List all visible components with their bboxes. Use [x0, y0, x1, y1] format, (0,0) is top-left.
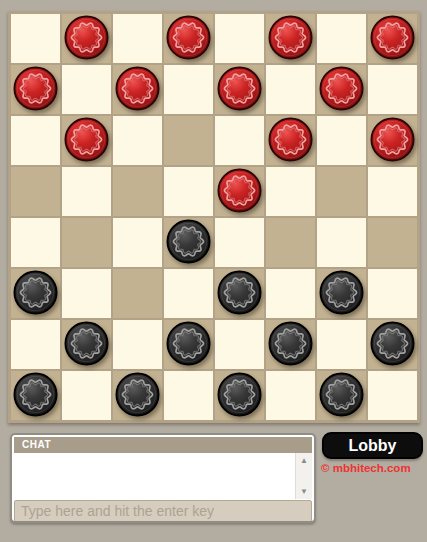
red-checker-piece[interactable] — [64, 15, 109, 60]
red-checker-piece[interactable] — [13, 66, 58, 111]
black-checker-piece[interactable] — [166, 219, 211, 264]
chat-scrollbar[interactable]: ▲ ▼ — [295, 453, 312, 499]
red-checker-piece[interactable] — [268, 117, 313, 162]
square-d6[interactable] — [164, 116, 213, 165]
square-h5[interactable] — [368, 167, 417, 216]
square-e2[interactable] — [215, 320, 264, 369]
square-d1[interactable] — [164, 371, 213, 420]
square-c8[interactable] — [113, 14, 162, 63]
square-d4[interactable] — [164, 218, 213, 267]
square-a4[interactable] — [11, 218, 60, 267]
square-a6[interactable] — [11, 116, 60, 165]
square-d7[interactable] — [164, 65, 213, 114]
square-a5[interactable] — [11, 167, 60, 216]
black-checker-piece[interactable] — [268, 321, 313, 366]
square-b1[interactable] — [62, 371, 111, 420]
square-e6[interactable] — [215, 116, 264, 165]
lobby-button[interactable]: Lobby — [322, 432, 423, 459]
black-checker-piece[interactable] — [319, 372, 364, 417]
square-b2[interactable] — [62, 320, 111, 369]
square-h7[interactable] — [368, 65, 417, 114]
chat-header: CHAT — [14, 437, 312, 453]
black-checker-piece[interactable] — [115, 372, 160, 417]
square-b7[interactable] — [62, 65, 111, 114]
black-checker-piece[interactable] — [217, 270, 262, 315]
red-checker-piece[interactable] — [217, 168, 262, 213]
square-g1[interactable] — [317, 371, 366, 420]
square-a7[interactable] — [11, 65, 60, 114]
square-g2[interactable] — [317, 320, 366, 369]
black-checker-piece[interactable] — [370, 321, 415, 366]
square-f1[interactable] — [266, 371, 315, 420]
checkers-game-window: CHAT ▲ ▼ Lobby © mbhitech.com — [0, 0, 427, 542]
red-checker-piece[interactable] — [217, 66, 262, 111]
chat-message-area[interactable]: ▲ ▼ — [14, 453, 312, 499]
square-e3[interactable] — [215, 269, 264, 318]
square-e5[interactable] — [215, 167, 264, 216]
square-e8[interactable] — [215, 14, 264, 63]
square-g4[interactable] — [317, 218, 366, 267]
red-checker-piece[interactable] — [64, 117, 109, 162]
square-d3[interactable] — [164, 269, 213, 318]
square-h6[interactable] — [368, 116, 417, 165]
square-a8[interactable] — [11, 14, 60, 63]
square-f3[interactable] — [266, 269, 315, 318]
red-checker-piece[interactable] — [115, 66, 160, 111]
square-g7[interactable] — [317, 65, 366, 114]
square-e7[interactable] — [215, 65, 264, 114]
square-f7[interactable] — [266, 65, 315, 114]
square-a3[interactable] — [11, 269, 60, 318]
square-d2[interactable] — [164, 320, 213, 369]
square-c1[interactable] — [113, 371, 162, 420]
square-b6[interactable] — [62, 116, 111, 165]
square-f2[interactable] — [266, 320, 315, 369]
red-checker-piece[interactable] — [319, 66, 364, 111]
red-checker-piece[interactable] — [370, 117, 415, 162]
square-f5[interactable] — [266, 167, 315, 216]
black-checker-piece[interactable] — [319, 270, 364, 315]
square-b3[interactable] — [62, 269, 111, 318]
square-h2[interactable] — [368, 320, 417, 369]
square-f4[interactable] — [266, 218, 315, 267]
chat-header-label: CHAT — [22, 439, 51, 450]
square-h8[interactable] — [368, 14, 417, 63]
square-b4[interactable] — [62, 218, 111, 267]
square-c5[interactable] — [113, 167, 162, 216]
scroll-up-icon[interactable]: ▲ — [296, 453, 312, 468]
square-c2[interactable] — [113, 320, 162, 369]
square-g6[interactable] — [317, 116, 366, 165]
chat-input[interactable] — [14, 500, 312, 522]
black-checker-piece[interactable] — [64, 321, 109, 366]
square-g8[interactable] — [317, 14, 366, 63]
black-checker-piece[interactable] — [166, 321, 211, 366]
square-a2[interactable] — [11, 320, 60, 369]
square-c6[interactable] — [113, 116, 162, 165]
red-checker-piece[interactable] — [166, 15, 211, 60]
square-b8[interactable] — [62, 14, 111, 63]
copyright-link[interactable]: © mbhitech.com — [321, 462, 411, 474]
square-c3[interactable] — [113, 269, 162, 318]
square-b5[interactable] — [62, 167, 111, 216]
square-f8[interactable] — [266, 14, 315, 63]
black-checker-piece[interactable] — [217, 372, 262, 417]
square-e4[interactable] — [215, 218, 264, 267]
square-g5[interactable] — [317, 167, 366, 216]
board — [8, 11, 420, 423]
square-a1[interactable] — [11, 371, 60, 420]
square-h3[interactable] — [368, 269, 417, 318]
red-checker-piece[interactable] — [268, 15, 313, 60]
square-c4[interactable] — [113, 218, 162, 267]
scroll-down-icon[interactable]: ▼ — [296, 484, 312, 499]
black-checker-piece[interactable] — [13, 270, 58, 315]
square-e1[interactable] — [215, 371, 264, 420]
square-f6[interactable] — [266, 116, 315, 165]
red-checker-piece[interactable] — [370, 15, 415, 60]
square-d8[interactable] — [164, 14, 213, 63]
square-h4[interactable] — [368, 218, 417, 267]
square-d5[interactable] — [164, 167, 213, 216]
chat-panel: CHAT ▲ ▼ — [10, 433, 316, 523]
square-g3[interactable] — [317, 269, 366, 318]
square-c7[interactable] — [113, 65, 162, 114]
square-h1[interactable] — [368, 371, 417, 420]
black-checker-piece[interactable] — [13, 372, 58, 417]
